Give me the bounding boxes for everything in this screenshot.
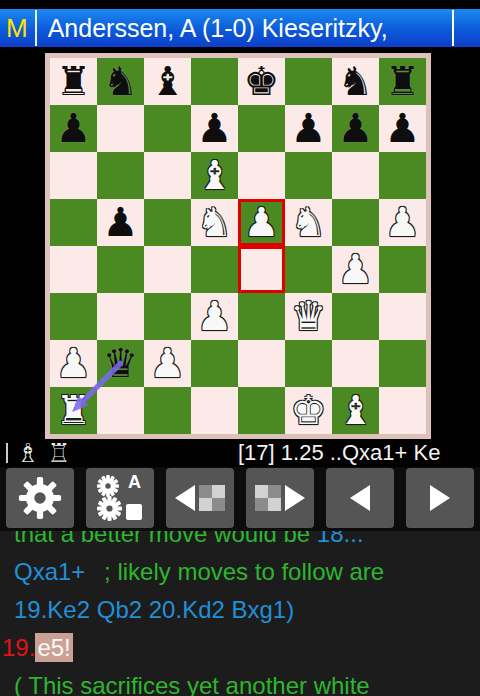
square-c6[interactable] [144,152,191,199]
square-g5[interactable] [332,199,379,246]
square-g4[interactable]: ♟ [332,246,379,293]
current-move-token[interactable]: e5! [35,633,72,662]
engine-analysis-icon: A [97,475,143,521]
square-h1[interactable] [379,387,426,434]
white-pawn: ♟ [197,293,233,340]
square-h5[interactable]: ♟ [379,199,426,246]
right-triangle-icon [430,485,450,511]
square-b4[interactable] [97,246,144,293]
square-a1[interactable]: ♜ [50,387,97,434]
square-g1[interactable]: ♝ [332,387,379,434]
annotation-line: ( This sacrifices yet another white [0,667,480,696]
move-number: 19. [2,634,35,661]
annotation-line: that a better move would be 18... [0,531,480,553]
board-icon [255,485,281,511]
move-token[interactable]: 19.Ke2 Qb2 20.Kd2 Bxg1) [14,596,294,623]
annotation-panel[interactable]: that a better move would be 18... Qxa1+ … [0,531,480,696]
comment-text: ; likely moves to follow are [85,558,384,585]
tray-divider [6,443,8,463]
square-c1[interactable] [144,387,191,434]
comment-text: that a better move would be [14,531,317,547]
square-d6[interactable]: ♝ [191,152,238,199]
square-c4[interactable] [144,246,191,293]
square-d7[interactable]: ♟ [191,105,238,152]
square-f2[interactable] [285,340,332,387]
square-e4[interactable] [238,246,285,293]
white-pawn: ♟ [244,199,280,246]
square-f1[interactable]: ♚ [285,387,332,434]
square-c8[interactable]: ♝ [144,58,191,105]
white-pawn: ♟ [338,246,374,293]
square-g8[interactable]: ♞ [332,58,379,105]
square-f3[interactable]: ♛ [285,293,332,340]
square-g2[interactable] [332,340,379,387]
right-arrow-icon [285,485,305,511]
square-e7[interactable] [238,105,285,152]
square-c7[interactable] [144,105,191,152]
captured-white-bishop: ♗ [16,439,39,467]
square-b8[interactable]: ♞ [97,58,144,105]
square-f7[interactable]: ♟ [285,105,332,152]
title-divider [35,10,37,46]
square-b3[interactable] [97,293,144,340]
square-e8[interactable]: ♚ [238,58,285,105]
engine-analysis-line[interactable]: [17] 1.25 ..Qxa1+ Ke [238,439,480,467]
settings-button[interactable] [6,468,74,528]
current-move-line: 19.e5! [0,629,480,667]
title-bar: M Anderssen, A (1-0) Kieseritzky, [0,9,480,47]
square-d4[interactable] [191,246,238,293]
move-token[interactable]: 18... [317,531,364,547]
comment-text: ( This sacrifices yet another white [14,672,370,696]
status-strip [0,0,480,9]
previous-move-button[interactable] [326,468,394,528]
square-c3[interactable] [144,293,191,340]
move-token[interactable]: Qxa1+ [14,558,85,585]
black-knight: ♞ [338,58,374,105]
app-screen: M Anderssen, A (1-0) Kieseritzky, ♜♞♝♚♞♜… [0,0,480,696]
black-pawn: ♟ [103,199,139,246]
square-b6[interactable] [97,152,144,199]
square-e6[interactable] [238,152,285,199]
next-move-button[interactable] [406,468,474,528]
square-h2[interactable] [379,340,426,387]
black-pawn: ♟ [197,105,233,152]
gear-icon [18,476,62,520]
page-title: Anderssen, A (1-0) Kieseritzky, [48,14,388,43]
toolbar: A [0,467,480,531]
square-b1[interactable] [97,387,144,434]
engine-analysis-button[interactable]: A [86,468,154,528]
white-king: ♚ [291,387,327,434]
square-a2[interactable]: ♟ [50,340,97,387]
square-d3[interactable]: ♟ [191,293,238,340]
square-b7[interactable] [97,105,144,152]
white-knight: ♞ [291,199,327,246]
square-a3[interactable] [50,293,97,340]
square-e2[interactable] [238,340,285,387]
square-f8[interactable] [285,58,332,105]
square-a8[interactable]: ♜ [50,58,97,105]
black-pawn: ♟ [338,105,374,152]
square-a6[interactable] [50,152,97,199]
board-icon [199,485,225,511]
square-a7[interactable]: ♟ [50,105,97,152]
annotation-line: Qxa1+ ; likely moves to follow are [0,553,480,591]
square-a4[interactable] [50,246,97,293]
white-rook: ♜ [56,387,92,434]
square-c5[interactable] [144,199,191,246]
square-f4[interactable] [285,246,332,293]
square-g3[interactable] [332,293,379,340]
annotation-text: that a better move would be 18... Qxa1+ … [0,531,480,696]
chess-board[interactable]: ♜♞♝♚♞♜♟♟♟♟♟♝♟♞♟♞♟♟♟♛♟♛♟♜♚♝ [45,53,431,439]
square-d8[interactable] [191,58,238,105]
square-b5[interactable]: ♟ [97,199,144,246]
white-bishop: ♝ [197,152,233,199]
white-knight: ♞ [197,199,233,246]
square-e5[interactable]: ♟ [238,199,285,246]
square-d5[interactable]: ♞ [191,199,238,246]
square-h3[interactable] [379,293,426,340]
black-rook: ♜ [56,58,92,105]
white-pawn: ♟ [150,340,186,387]
square-g7[interactable]: ♟ [332,105,379,152]
black-pawn: ♟ [56,105,92,152]
black-bishop: ♝ [150,58,186,105]
white-pawn: ♟ [385,199,421,246]
square-h4[interactable] [379,246,426,293]
square-c2[interactable]: ♟ [144,340,191,387]
square-f6[interactable] [285,152,332,199]
black-rook: ♜ [385,58,421,105]
captured-pieces-tray: ♗♖ [6,439,71,467]
square-h6[interactable] [379,152,426,199]
black-knight: ♞ [103,58,139,105]
annotation-line: 19.Ke2 Qb2 20.Kd2 Bxg1) [0,591,480,629]
black-queen: ♛ [103,340,139,387]
chess-board-area: ♜♞♝♚♞♜♟♟♟♟♟♝♟♞♟♞♟♟♟♛♟♛♟♜♚♝ [45,53,431,439]
white-queen: ♛ [291,293,327,340]
white-pawn: ♟ [56,340,92,387]
left-arrow-icon [175,485,195,511]
white-bishop: ♝ [338,387,374,434]
previous-game-button[interactable] [166,468,234,528]
menu-button[interactable]: M [0,9,35,47]
square-d1[interactable] [191,387,238,434]
square-h7[interactable]: ♟ [379,105,426,152]
square-d2[interactable] [191,340,238,387]
square-f5[interactable]: ♞ [285,199,332,246]
square-b2[interactable]: ♛ [97,340,144,387]
black-pawn: ♟ [385,105,421,152]
black-king: ♚ [244,58,280,105]
left-triangle-icon [350,485,370,511]
black-pawn: ♟ [291,105,327,152]
square-e1[interactable] [238,387,285,434]
captured-white-rook: ♖ [47,439,70,467]
status-row: ♗♖ [17] 1.25 ..Qxa1+ Ke [0,439,480,467]
square-g6[interactable] [332,152,379,199]
square-h8[interactable]: ♜ [379,58,426,105]
square-a5[interactable] [50,199,97,246]
title-right-divider [452,10,454,46]
square-e3[interactable] [238,293,285,340]
next-game-button[interactable] [246,468,314,528]
